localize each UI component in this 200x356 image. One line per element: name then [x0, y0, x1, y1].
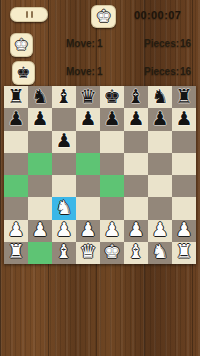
black-king-piece: ♚ — [103, 87, 120, 106]
white-pawn-piece: ♟ — [7, 220, 24, 239]
square-d7[interactable]: ♟ — [76, 108, 100, 130]
white-bishop-piece: ♝ — [55, 242, 72, 261]
square-e8[interactable]: ♚ — [100, 86, 124, 108]
white-pawn-piece: ♟ — [31, 220, 48, 239]
white-rook-piece: ♜ — [7, 242, 24, 261]
square-f1[interactable]: ♝ — [124, 242, 148, 264]
black-rook-piece: ♜ — [7, 87, 24, 106]
square-c5[interactable] — [52, 153, 76, 175]
square-h4[interactable] — [172, 175, 196, 197]
white-pawn-piece: ♟ — [151, 220, 168, 239]
square-g5[interactable] — [148, 153, 172, 175]
white-pawn-piece: ♟ — [127, 220, 144, 239]
game-timer: 00:00:07 — [134, 9, 181, 21]
black-rook-piece: ♜ — [175, 87, 192, 106]
square-f5[interactable] — [124, 153, 148, 175]
square-c4[interactable] — [52, 175, 76, 197]
white-move-value: 1 — [97, 38, 103, 49]
square-c3[interactable]: ♞ — [52, 197, 76, 219]
black-pawn-piece: ♟ — [103, 109, 120, 128]
square-f8[interactable]: ♝ — [124, 86, 148, 108]
black-pieces-label: Pieces: — [144, 66, 179, 77]
white-move-label: Move: — [66, 38, 95, 49]
square-d8[interactable]: ♛ — [76, 86, 100, 108]
square-b7[interactable]: ♟ — [28, 108, 52, 130]
black-pawn-piece: ♟ — [151, 109, 168, 128]
square-h8[interactable]: ♜ — [172, 86, 196, 108]
square-c6[interactable]: ♟ — [52, 131, 76, 153]
square-b6[interactable] — [28, 131, 52, 153]
square-b4[interactable] — [28, 175, 52, 197]
white-pawn-piece: ♟ — [175, 220, 192, 239]
square-f3[interactable] — [124, 197, 148, 219]
black-pieces-value: 16 — [180, 66, 191, 77]
black-pawn-piece: ♟ — [127, 109, 144, 128]
square-g2[interactable]: ♟ — [148, 220, 172, 242]
black-knight-piece: ♞ — [31, 87, 48, 106]
square-g1[interactable]: ♞ — [148, 242, 172, 264]
square-g6[interactable] — [148, 131, 172, 153]
white-king-icon: ♚ — [96, 8, 111, 25]
black-pawn-piece: ♟ — [79, 109, 96, 128]
square-a1[interactable]: ♜ — [4, 242, 28, 264]
black-player-button[interactable]: ♚ — [12, 61, 35, 85]
square-a6[interactable] — [4, 131, 28, 153]
app-background: ♚ 00:00:07 ♚ Move: 1 Pieces: 16 ♚ Move: … — [0, 0, 200, 356]
square-e7[interactable]: ♟ — [100, 108, 124, 130]
white-pieces-value: 16 — [180, 38, 191, 49]
square-e4[interactable] — [100, 175, 124, 197]
white-pawn-piece: ♟ — [79, 220, 96, 239]
square-d2[interactable]: ♟ — [76, 220, 100, 242]
pause-icon — [26, 11, 33, 18]
white-bishop-piece: ♝ — [127, 242, 144, 261]
black-pawn-piece: ♟ — [31, 109, 48, 128]
square-a3[interactable] — [4, 197, 28, 219]
square-h6[interactable] — [172, 131, 196, 153]
square-e1[interactable]: ♚ — [100, 242, 124, 264]
white-pieces-label: Pieces: — [144, 38, 179, 49]
square-d5[interactable] — [76, 153, 100, 175]
square-d6[interactable] — [76, 131, 100, 153]
square-b1[interactable] — [28, 242, 52, 264]
white-pawn-piece: ♟ — [103, 220, 120, 239]
square-b3[interactable] — [28, 197, 52, 219]
square-a2[interactable]: ♟ — [4, 220, 28, 242]
square-g7[interactable]: ♟ — [148, 108, 172, 130]
black-knight-piece: ♞ — [151, 87, 168, 106]
white-queen-piece: ♛ — [79, 242, 96, 261]
square-h2[interactable]: ♟ — [172, 220, 196, 242]
square-d1[interactable]: ♛ — [76, 242, 100, 264]
square-c7[interactable] — [52, 108, 76, 130]
square-e3[interactable] — [100, 197, 124, 219]
square-a7[interactable]: ♟ — [4, 108, 28, 130]
square-e6[interactable] — [100, 131, 124, 153]
black-pawn-piece: ♟ — [175, 109, 192, 128]
chess-board: ♜♞♝♛♚♝♞♜♟♟♟♟♟♟♟♟♞♟♟♟♟♟♟♟♟♜♝♛♚♝♞♜ — [4, 86, 196, 264]
black-pawn-piece: ♟ — [55, 131, 72, 150]
black-pawn-piece: ♟ — [7, 109, 24, 128]
black-bishop-piece: ♝ — [55, 87, 72, 106]
square-b2[interactable]: ♟ — [28, 220, 52, 242]
pause-button[interactable] — [10, 7, 48, 22]
black-bishop-piece: ♝ — [127, 87, 144, 106]
square-d4[interactable] — [76, 175, 100, 197]
square-a4[interactable] — [4, 175, 28, 197]
white-king-icon: ♚ — [14, 37, 28, 53]
square-c2[interactable]: ♟ — [52, 220, 76, 242]
black-move-label: Move: — [66, 66, 95, 77]
square-h3[interactable] — [172, 197, 196, 219]
white-rook-piece: ♜ — [175, 242, 192, 261]
white-king-piece: ♚ — [103, 242, 120, 261]
square-h5[interactable] — [172, 153, 196, 175]
square-f7[interactable]: ♟ — [124, 108, 148, 130]
square-e5[interactable] — [100, 153, 124, 175]
white-knight-piece: ♞ — [151, 242, 168, 261]
black-king-icon: ♚ — [16, 65, 30, 81]
turn-indicator-button[interactable]: ♚ — [91, 5, 116, 28]
square-c1[interactable]: ♝ — [52, 242, 76, 264]
square-h1[interactable]: ♜ — [172, 242, 196, 264]
white-knight-piece: ♞ — [55, 198, 72, 217]
square-c8[interactable]: ♝ — [52, 86, 76, 108]
square-d3[interactable] — [76, 197, 100, 219]
square-a8[interactable]: ♜ — [4, 86, 28, 108]
square-b8[interactable]: ♞ — [28, 86, 52, 108]
white-player-button[interactable]: ♚ — [10, 33, 33, 57]
square-h7[interactable]: ♟ — [172, 108, 196, 130]
square-f2[interactable]: ♟ — [124, 220, 148, 242]
square-a5[interactable] — [4, 153, 28, 175]
square-f4[interactable] — [124, 175, 148, 197]
white-pawn-piece: ♟ — [55, 220, 72, 239]
black-queen-piece: ♛ — [79, 87, 96, 106]
black-move-value: 1 — [97, 66, 103, 77]
square-b5[interactable] — [28, 153, 52, 175]
square-g4[interactable] — [148, 175, 172, 197]
square-g8[interactable]: ♞ — [148, 86, 172, 108]
square-f6[interactable] — [124, 131, 148, 153]
square-e2[interactable]: ♟ — [100, 220, 124, 242]
square-g3[interactable] — [148, 197, 172, 219]
